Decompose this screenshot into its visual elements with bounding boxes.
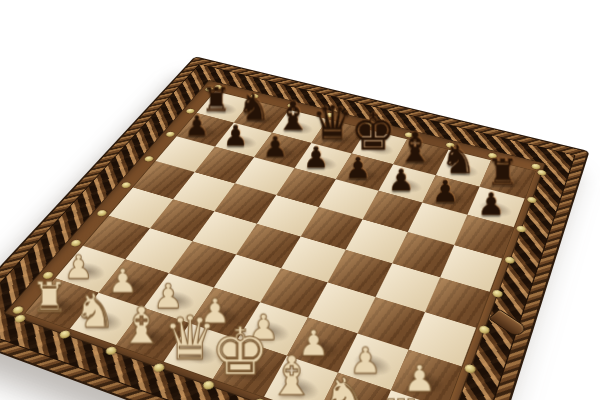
- brass-floret-icon: [104, 345, 118, 355]
- brass-floret-icon: [120, 181, 132, 188]
- brass-floret-icon: [515, 225, 526, 233]
- piece-white-bishop: ♝: [268, 349, 316, 400]
- chess-box: ♜♞♝♛♚♝♞♜♟♟♟♟♟♟♟♟♟♟♟♟♟♟♟♟♜♞♝♛♚♝♞♜: [0, 56, 590, 400]
- piece-black-pawn: ♟: [345, 154, 371, 183]
- clasp-detail: [488, 309, 528, 338]
- board-grid: ♜♞♝♛♚♝♞♜♟♟♟♟♟♟♟♟♟♟♟♟♟♟♟♟♜♞♝♛♚♝♞♜: [24, 91, 536, 400]
- brass-floret-icon: [165, 131, 176, 137]
- piece-black-pawn: ♟: [388, 165, 415, 195]
- piece-black-pawn: ♟: [184, 112, 209, 140]
- brass-floret-icon: [463, 363, 476, 374]
- piece-white-rook: ♜: [380, 394, 422, 400]
- piece-white-rook: ♜: [31, 277, 68, 319]
- brass-floret-icon: [536, 169, 546, 176]
- piece-white-queen: ♛: [163, 308, 217, 368]
- brass-floret-icon: [58, 329, 72, 339]
- carved-frame: ♜♞♝♛♚♝♞♜♟♟♟♟♟♟♟♟♟♟♟♟♟♟♟♟♜♞♝♛♚♝♞♜: [0, 64, 575, 400]
- piece-white-king: ♚: [210, 319, 269, 385]
- piece-black-pawn: ♟: [223, 122, 248, 150]
- brass-floret-icon: [491, 289, 503, 298]
- brass-floret-icon: [143, 155, 154, 162]
- piece-black-pawn: ♟: [303, 143, 329, 172]
- scene: ♜♞♝♛♚♝♞♜♟♟♟♟♟♟♟♟♟♟♟♟♟♟♟♟♜♞♝♛♚♝♞♜: [0, 0, 600, 400]
- piece-white-pawn: ♟: [64, 251, 93, 284]
- brass-floret-icon: [13, 313, 27, 323]
- brass-floret-icon: [96, 209, 108, 217]
- piece-white-knight: ♞: [74, 287, 116, 334]
- square-e7: ♟: [336, 153, 393, 190]
- brass-floret-icon: [478, 324, 490, 334]
- brass-floret-icon: [526, 196, 537, 203]
- piece-white-bishop: ♝: [119, 300, 165, 351]
- piece-black-king: ♚: [350, 106, 396, 157]
- piece-white-knight: ♞: [322, 371, 368, 400]
- piece-black-pawn: ♟: [432, 177, 459, 207]
- brass-floret-icon: [504, 255, 515, 264]
- board-field: ♜♞♝♛♚♝♞♜♟♟♟♟♟♟♟♟♟♟♟♟♟♟♟♟♜♞♝♛♚♝♞♜: [4, 80, 546, 400]
- piece-black-pawn: ♟: [262, 133, 288, 161]
- brass-floret-icon: [531, 163, 541, 170]
- piece-black-pawn: ♟: [477, 189, 504, 220]
